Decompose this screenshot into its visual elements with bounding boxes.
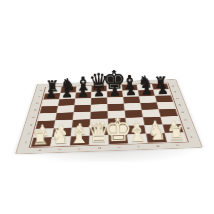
rank-label-2: 2 — [186, 127, 190, 130]
square-a1: ♜ — [31, 137, 52, 147]
square-f1: ♝ — [127, 134, 147, 144]
file-label-f: f — [128, 82, 130, 84]
square-d1: ♛ — [89, 135, 108, 145]
rank-label-6: 6 — [176, 97, 179, 99]
file-label-h: h — [157, 81, 160, 83]
rank-label-7: 7 — [37, 96, 40, 98]
rank-label-4: 4 — [31, 116, 34, 118]
file-label-a: a — [38, 148, 42, 151]
chess-board: abcdefgh abcdefgh 87654321 87654321 ♜♞♝♛… — [15, 79, 203, 154]
square-g1: ♞ — [146, 133, 167, 143]
piece-black-rook: ♜ — [154, 76, 168, 90]
file-label-c: c — [78, 147, 81, 150]
rank-label-2: 2 — [27, 132, 31, 135]
file-label-a: a — [53, 85, 56, 87]
file-label-c: c — [83, 84, 85, 86]
rank-label-5: 5 — [34, 109, 37, 111]
rank-label-7: 7 — [173, 91, 176, 93]
board-grid: ♜♞♝♛♚♝♞♜♟♟♟♟♟♟♟♟♟♟♟♟♟♟♟♟♜♞♝♛♚♝♞♜ — [31, 83, 187, 146]
square-d2: ♟ — [90, 127, 109, 136]
file-label-b: b — [58, 148, 62, 151]
file-label-b: b — [68, 84, 71, 86]
rank-label-4: 4 — [181, 111, 185, 113]
square-e2: ♟ — [108, 126, 127, 135]
square-c1: ♝ — [70, 136, 90, 146]
piece-black-rook: ♜ — [45, 80, 59, 94]
file-label-g: g — [142, 82, 145, 84]
file-label-e: e — [118, 145, 121, 148]
rank-label-8: 8 — [39, 90, 42, 92]
rank-label-3: 3 — [183, 119, 187, 121]
file-label-e: e — [113, 83, 115, 85]
file-label-h: h — [176, 143, 180, 146]
square-h3 — [160, 116, 180, 125]
file-label-g: g — [156, 144, 160, 147]
chess-set-product-photo: abcdefgh abcdefgh 87654321 87654321 ♜♞♝♛… — [0, 0, 214, 214]
square-h1: ♜ — [165, 132, 187, 142]
file-label-d: d — [98, 146, 101, 149]
square-f2: ♟ — [126, 125, 146, 134]
square-b1: ♞ — [50, 136, 71, 146]
file-label-d: d — [98, 83, 100, 85]
rank-label-8: 8 — [171, 85, 174, 87]
rank-label-1: 1 — [24, 141, 28, 144]
rank-label-6: 6 — [36, 102, 39, 104]
rank-label-1: 1 — [189, 135, 193, 138]
file-label-f: f — [137, 145, 139, 148]
square-e1: ♚ — [108, 134, 128, 144]
rank-label-3: 3 — [29, 124, 33, 127]
rank-label-5: 5 — [178, 104, 181, 106]
